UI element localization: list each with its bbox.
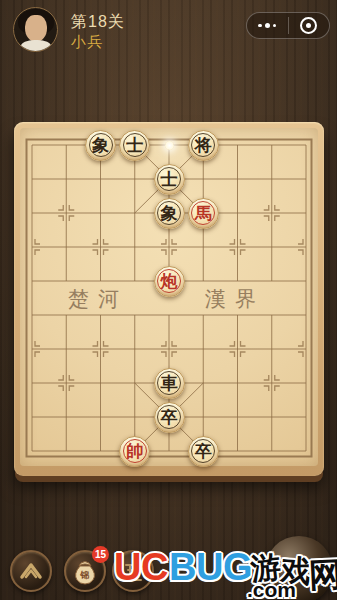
highlight-dot — [165, 141, 174, 150]
piece-char: 帥 — [126, 440, 143, 463]
piece-象[interactable]: 象 — [154, 198, 185, 229]
expand-button[interactable] — [10, 550, 52, 592]
board-frame: 楚河 漢界 象士将士象馬炮車卒帥卒 — [14, 122, 324, 476]
piece-将[interactable]: 将 — [188, 130, 219, 161]
piece-帥[interactable]: 帥 — [119, 436, 150, 467]
miniprogram-capsule — [246, 12, 330, 39]
piece-馬[interactable]: 馬 — [188, 198, 219, 229]
piece-char: 馬 — [195, 202, 212, 225]
pagoda-icon — [114, 552, 152, 590]
piece-士[interactable]: 士 — [154, 164, 185, 195]
difficulty-label: 小兵 — [71, 33, 103, 52]
piece-char: 卒 — [195, 440, 212, 463]
river-label-right: 漢界 — [187, 285, 283, 313]
exit-button[interactable] — [289, 13, 330, 38]
level-title: 第18关 — [71, 12, 125, 33]
piece-卒[interactable]: 卒 — [154, 402, 185, 433]
piece-char: 将 — [195, 134, 212, 157]
piece-char: 卒 — [161, 406, 178, 429]
piece-char: 象 — [92, 134, 109, 157]
extra-button[interactable] — [112, 550, 154, 592]
more-button[interactable] — [247, 13, 288, 38]
svg-text:锦: 锦 — [80, 570, 90, 580]
avatar-face — [25, 15, 47, 42]
piece-char: 車 — [161, 372, 178, 395]
chevron-up-icon — [12, 552, 50, 590]
hint-bag-button[interactable]: 锦 15 — [64, 550, 106, 592]
avatar[interactable] — [13, 7, 58, 52]
app-screen: 第18关 小兵 楚河 漢界 象士将士象馬炮車卒帥卒 锦 — [0, 0, 337, 600]
piece-char: 象 — [161, 202, 178, 225]
piece-char: 士 — [126, 134, 143, 157]
avatar-robe — [21, 40, 51, 52]
more-dots-icon — [258, 23, 276, 28]
hint-count-badge: 15 — [92, 546, 109, 563]
watermark-letter: B — [169, 546, 196, 589]
piece-char: 炮 — [161, 270, 178, 293]
piece-炮[interactable]: 炮 — [154, 266, 185, 297]
piece-char: 士 — [161, 168, 178, 191]
sphere-button[interactable] — [265, 536, 333, 600]
xiangqi-board[interactable]: 楚河 漢界 象士将士象馬炮車卒帥卒 — [20, 128, 318, 466]
piece-象[interactable]: 象 — [85, 130, 116, 161]
piece-卒[interactable]: 卒 — [188, 436, 219, 467]
target-circle-icon — [300, 17, 317, 34]
watermark-letter: U — [196, 546, 223, 589]
river-label-left: 楚河 — [50, 285, 146, 313]
watermark-letter: G — [223, 546, 253, 589]
piece-士[interactable]: 士 — [119, 130, 150, 161]
piece-車[interactable]: 車 — [154, 368, 185, 399]
